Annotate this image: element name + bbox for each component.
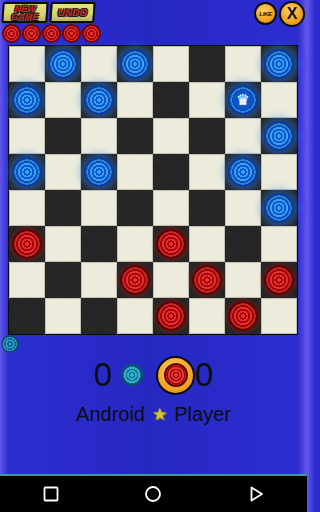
square-r7c5 [189,298,225,334]
human-player-name: Player [174,403,231,426]
square-r2c1[interactable] [45,118,81,154]
red-piece[interactable] [156,301,186,331]
captured-red-piece [22,24,41,43]
square-r7c2[interactable] [81,298,117,334]
square-r0c2 [81,46,117,82]
blue-piece[interactable] [84,85,114,115]
square-r3c3 [117,154,153,190]
square-r3c5 [189,154,225,190]
checkers-app-screen: { "app": { "background_color": "#2c2dd0"… [0,0,307,512]
square-r5c2[interactable] [81,226,117,262]
home-button[interactable] [102,485,204,503]
square-r0c6 [225,46,261,82]
square-r3c0[interactable] [9,154,45,190]
blue-piece[interactable] [264,121,294,151]
red-piece[interactable] [228,301,258,331]
square-r3c2[interactable] [81,154,117,190]
square-r3c1 [45,154,81,190]
square-r1c6[interactable]: ♛ [225,82,261,118]
square-r6c4 [153,262,189,298]
blue-king-piece[interactable]: ♛ [228,85,258,115]
blue-piece[interactable] [228,157,258,187]
square-r3c4[interactable] [153,154,189,190]
square-r2c3[interactable] [117,118,153,154]
captured-red-piece [42,24,61,43]
blue-piece[interactable] [264,193,294,223]
home-circle-icon [144,485,162,503]
square-r7c1 [45,298,81,334]
square-r5c1 [45,226,81,262]
square-r1c5 [189,82,225,118]
red-piece[interactable] [120,265,150,295]
blue-piece[interactable] [12,157,42,187]
red-piece[interactable] [264,265,294,295]
square-r0c0 [9,46,45,82]
red-piece[interactable] [12,229,42,259]
square-r4c4 [153,190,189,226]
square-r2c2 [81,118,117,154]
square-r1c1 [45,82,81,118]
square-r1c7 [261,82,297,118]
score-row: 0 0 [0,354,307,396]
square-r4c0 [9,190,45,226]
square-r6c7[interactable] [261,262,297,298]
android-nav-bar [0,474,307,512]
square-r0c7[interactable] [261,46,297,82]
square-r6c2 [81,262,117,298]
close-button[interactable]: X [279,1,305,27]
new-game-button[interactable]: NEW GAME [1,2,48,23]
square-r6c1[interactable] [45,262,81,298]
square-r2c5[interactable] [189,118,225,154]
square-r0c5[interactable] [189,46,225,82]
square-r5c4[interactable] [153,226,189,262]
square-r4c6 [225,190,261,226]
red-piece[interactable] [156,229,186,259]
players-row: Android ★ Player [0,400,307,428]
square-r5c5 [189,226,225,262]
star-icon: ★ [152,404,167,424]
square-r7c3 [117,298,153,334]
square-r2c6 [225,118,261,154]
square-r4c5[interactable] [189,190,225,226]
square-r1c4[interactable] [153,82,189,118]
player-score: 0 [195,354,213,396]
captured-blue-tray [1,335,19,353]
square-r5c3 [117,226,153,262]
square-r0c4 [153,46,189,82]
captured-red-tray [2,24,101,43]
square-r7c0[interactable] [9,298,45,334]
blue-piece[interactable] [120,49,150,79]
square-r4c2 [81,190,117,226]
square-r7c4[interactable] [153,298,189,334]
square-r3c6[interactable] [225,154,261,190]
square-r0c1[interactable] [45,46,81,82]
square-r5c6[interactable] [225,226,261,262]
undo-button[interactable]: UNDO [49,2,95,23]
crown-icon: ♛ [236,93,249,108]
android-player-name: Android [76,403,145,426]
blue-piece[interactable] [84,157,114,187]
captured-red-piece [82,24,101,43]
square-r6c0 [9,262,45,298]
square-r6c6 [225,262,261,298]
red-piece[interactable] [192,265,222,295]
turn-indicator-ring [156,356,195,395]
like-button[interactable]: LIKE [254,2,277,25]
red-piece-icon [164,363,188,387]
square-r0c3[interactable] [117,46,153,82]
android-score: 0 [94,354,112,396]
blue-piece[interactable] [48,49,78,79]
square-r4c7[interactable] [261,190,297,226]
recents-square-icon [42,485,60,503]
square-r5c0[interactable] [9,226,45,262]
square-r1c3 [117,82,153,118]
square-r3c7 [261,154,297,190]
square-r1c2[interactable] [81,82,117,118]
blue-piece[interactable] [264,49,294,79]
square-r5c7 [261,226,297,262]
square-r2c7[interactable] [261,118,297,154]
square-r1c0[interactable] [9,82,45,118]
captured-blue-piece [1,335,19,353]
captured-red-piece [2,24,21,43]
blue-piece-icon [121,364,143,386]
back-button[interactable] [205,485,307,503]
square-r2c0 [9,118,45,154]
checkers-board[interactable]: ♛ [8,45,298,335]
square-r6c3[interactable] [117,262,153,298]
recents-button[interactable] [0,485,102,503]
back-triangle-icon [247,485,265,503]
blue-piece[interactable] [12,85,42,115]
square-r7c6[interactable] [225,298,261,334]
square-r6c5[interactable] [189,262,225,298]
square-r2c4 [153,118,189,154]
square-r7c7 [261,298,297,334]
square-r4c3[interactable] [117,190,153,226]
captured-red-piece [62,24,81,43]
square-r4c1[interactable] [45,190,81,226]
